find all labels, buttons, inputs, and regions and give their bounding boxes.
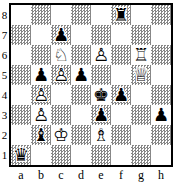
file-label-f: f: [111, 168, 131, 182]
rank-labels: 87654321: [0, 5, 9, 165]
white-pawn-icon: ♟♙: [31, 105, 51, 125]
square-d6[interactable]: [71, 45, 91, 65]
black-pawn-icon: ♟: [111, 85, 131, 105]
white-queen-icon: ♛♕: [131, 65, 151, 85]
square-b4[interactable]: ♟♙: [31, 85, 51, 105]
rank-label-8: 8: [0, 5, 9, 25]
square-b2[interactable]: ♝: [31, 125, 51, 145]
square-h8[interactable]: [151, 5, 171, 25]
square-g5[interactable]: ♛♕: [131, 65, 151, 85]
square-b1[interactable]: [31, 145, 51, 165]
square-g2[interactable]: [131, 125, 151, 145]
square-f7[interactable]: [111, 25, 131, 45]
white-bishop-icon: ♝♗: [91, 125, 111, 145]
square-d8[interactable]: [71, 5, 91, 25]
square-g6[interactable]: ♜♖: [131, 45, 151, 65]
rank-label-2: 2: [0, 125, 9, 145]
square-b8[interactable]: [31, 5, 51, 25]
square-g3[interactable]: [131, 105, 151, 125]
square-c3[interactable]: [51, 105, 71, 125]
square-e6[interactable]: ♟♙: [91, 45, 111, 65]
rank-label-4: 4: [0, 85, 9, 105]
square-f2[interactable]: [111, 125, 131, 145]
square-h1[interactable]: [151, 145, 171, 165]
square-a5[interactable]: [11, 65, 31, 85]
file-label-c: c: [51, 168, 71, 182]
file-label-g: g: [131, 168, 151, 182]
square-h4[interactable]: [151, 85, 171, 105]
square-f4[interactable]: ♟: [111, 85, 131, 105]
square-c7[interactable]: ♟: [51, 25, 71, 45]
square-c1[interactable]: [51, 145, 71, 165]
square-d5[interactable]: ♟: [71, 65, 91, 85]
square-g1[interactable]: [131, 145, 151, 165]
file-label-a: a: [11, 168, 31, 182]
square-d1[interactable]: [71, 145, 91, 165]
square-c6[interactable]: ♞♘: [51, 45, 71, 65]
square-a6[interactable]: [11, 45, 31, 65]
file-label-e: e: [91, 168, 111, 182]
chess-board: ♜♟♞♘♟♙♜♖♟♟♙♟♛♕♟♙♚♟♟♙♟♟♝♚♔♝♗♛: [9, 3, 173, 167]
white-rook-icon: ♜♖: [131, 45, 151, 65]
rank-label-3: 3: [0, 105, 9, 125]
square-e1[interactable]: [91, 145, 111, 165]
square-d4[interactable]: [71, 85, 91, 105]
black-rook-icon: ♜: [111, 5, 131, 25]
square-d2[interactable]: [71, 125, 91, 145]
white-pawn-icon: ♟♙: [91, 45, 111, 65]
black-pawn-icon: ♟: [51, 25, 71, 45]
square-a2[interactable]: [11, 125, 31, 145]
square-h3[interactable]: ♟: [151, 105, 171, 125]
file-labels: abcdefgh: [11, 168, 171, 182]
rank-label-5: 5: [0, 65, 9, 85]
square-h2[interactable]: [151, 125, 171, 145]
rank-label-7: 7: [0, 25, 9, 45]
file-label-d: d: [71, 168, 91, 182]
white-pawn-icon: ♟♙: [51, 65, 71, 85]
white-pawn-icon: ♟♙: [31, 85, 51, 105]
square-e2[interactable]: ♝♗: [91, 125, 111, 145]
black-pawn-icon: ♟: [71, 65, 91, 85]
square-f5[interactable]: [111, 65, 131, 85]
square-d3[interactable]: [71, 105, 91, 125]
square-e5[interactable]: [91, 65, 111, 85]
square-e8[interactable]: [91, 5, 111, 25]
square-e4[interactable]: ♚: [91, 85, 111, 105]
square-h7[interactable]: [151, 25, 171, 45]
square-g7[interactable]: [131, 25, 151, 45]
square-f3[interactable]: [111, 105, 131, 125]
square-b5[interactable]: ♟: [31, 65, 51, 85]
square-b7[interactable]: [31, 25, 51, 45]
square-g4[interactable]: [131, 85, 151, 105]
square-c2[interactable]: ♚♔: [51, 125, 71, 145]
rank-label-1: 1: [0, 145, 9, 165]
square-h6[interactable]: [151, 45, 171, 65]
square-a4[interactable]: [11, 85, 31, 105]
chess-diagram: 87654321 ♜♟♞♘♟♙♜♖♟♟♙♟♛♕♟♙♚♟♟♙♟♟♝♚♔♝♗♛ ab…: [0, 0, 188, 188]
square-a8[interactable]: [11, 5, 31, 25]
square-b3[interactable]: ♟♙: [31, 105, 51, 125]
black-pawn-icon: ♟: [31, 65, 51, 85]
square-a7[interactable]: [11, 25, 31, 45]
square-h5[interactable]: [151, 65, 171, 85]
black-bishop-icon: ♝: [31, 125, 51, 145]
square-e7[interactable]: [91, 25, 111, 45]
square-f8[interactable]: ♜: [111, 5, 131, 25]
square-c4[interactable]: [51, 85, 71, 105]
square-f1[interactable]: [111, 145, 131, 165]
square-a3[interactable]: [11, 105, 31, 125]
black-pawn-icon: ♟: [91, 105, 111, 125]
square-c5[interactable]: ♟♙: [51, 65, 71, 85]
white-knight-icon: ♞♘: [51, 45, 71, 65]
black-queen-icon: ♛: [11, 145, 31, 165]
square-g8[interactable]: [131, 5, 151, 25]
file-label-h: h: [151, 168, 171, 182]
white-king-icon: ♚♔: [51, 125, 71, 145]
square-d7[interactable]: [71, 25, 91, 45]
rank-label-6: 6: [0, 45, 9, 65]
square-a1[interactable]: ♛: [11, 145, 31, 165]
square-b6[interactable]: [31, 45, 51, 65]
square-c8[interactable]: [51, 5, 71, 25]
square-f6[interactable]: [111, 45, 131, 65]
file-label-b: b: [31, 168, 51, 182]
square-e3[interactable]: ♟: [91, 105, 111, 125]
black-king-icon: ♚: [91, 85, 111, 105]
black-pawn-icon: ♟: [151, 105, 171, 125]
